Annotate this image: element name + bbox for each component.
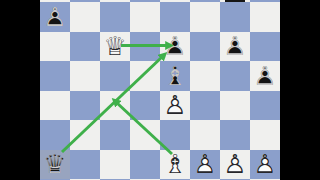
square-a4[interactable] [40,91,70,121]
square-f6[interactable] [190,32,220,62]
square-d1[interactable] [130,179,160,180]
piece-glyph-fill: ♝ [160,150,190,180]
square-f5[interactable] [190,61,220,91]
square-e7[interactable] [160,2,190,32]
square-g5[interactable] [220,61,250,91]
square-c4[interactable] [100,91,130,121]
square-h1[interactable] [250,179,280,180]
piece-glyph-fill: ♝ [160,61,190,91]
square-e6[interactable]: ♟♙ [160,32,190,62]
square-g1[interactable] [220,179,250,180]
square-g7[interactable] [220,2,250,32]
square-c3[interactable] [100,120,130,150]
piece-glyph-fill: ♟ [40,2,70,32]
square-e3[interactable] [160,120,190,150]
square-h2[interactable]: ♟♙ [250,150,280,180]
piece-glyph-outline: ♙ [160,91,190,121]
piece-glyph-fill: ♟ [250,150,280,180]
square-e2[interactable]: ♝♗ [160,150,190,180]
piece-glyph-fill: ♟ [250,61,280,91]
square-f3[interactable] [190,120,220,150]
chess-board: ♟♙♛♕♟♙♟♙♝♗♟♙♟♙♛♕♝♗♟♙♟♙♟♙ [40,0,280,180]
piece-glyph-outline: ♙ [220,150,250,180]
square-d2[interactable] [130,150,160,180]
square-h4[interactable] [250,91,280,121]
piece-glyph-fill: ♛ [40,150,70,180]
square-b6[interactable] [70,32,100,62]
square-a6[interactable] [40,32,70,62]
square-f7[interactable] [190,2,220,32]
piece-glyph-fill: ♟ [220,150,250,180]
square-h6[interactable] [250,32,280,62]
square-h3[interactable] [250,120,280,150]
square-d7[interactable] [130,2,160,32]
square-b5[interactable] [70,61,100,91]
square-d4[interactable] [130,91,160,121]
square-c1[interactable] [100,179,130,180]
square-e4[interactable]: ♟♙ [160,91,190,121]
piece-glyph-outline: ♙ [40,2,70,32]
square-d3[interactable] [130,120,160,150]
square-c2[interactable] [100,150,130,180]
square-a1[interactable] [40,179,70,180]
square-h5[interactable]: ♟♙ [250,61,280,91]
piece-glyph-outline: ♕ [40,150,70,180]
square-g6[interactable]: ♟♙ [220,32,250,62]
piece-glyph-outline: ♗ [160,150,190,180]
square-d5[interactable] [130,61,160,91]
square-e5[interactable]: ♝♗ [160,61,190,91]
square-e1[interactable] [160,179,190,180]
square-c7[interactable] [100,2,130,32]
letterbox-bar-left [0,0,40,180]
square-a5[interactable] [40,61,70,91]
square-f4[interactable] [190,91,220,121]
letterbox-bar-right [280,0,320,180]
square-a2[interactable]: ♛♕ [40,150,70,180]
piece-glyph-outline: ♙ [250,150,280,180]
piece-glyph-outline: ♗ [160,61,190,91]
piece-glyph-outline: ♕ [100,32,130,62]
square-g3[interactable] [220,120,250,150]
square-b2[interactable] [70,150,100,180]
piece-glyph-fill: ♛ [100,32,130,62]
square-b1[interactable] [70,179,100,180]
square-c6[interactable]: ♛♕ [100,32,130,62]
piece-glyph-outline: ♙ [190,150,220,180]
square-b4[interactable] [70,91,100,121]
square-f1[interactable] [190,179,220,180]
square-h7[interactable] [250,2,280,32]
square-b7[interactable] [70,2,100,32]
square-g4[interactable] [220,91,250,121]
square-g2[interactable]: ♟♙ [220,150,250,180]
square-a7[interactable]: ♟♙ [40,2,70,32]
piece-glyph-fill: ♟ [160,32,190,62]
piece-glyph-outline: ♙ [220,32,250,62]
piece-glyph-fill: ♟ [190,150,220,180]
video-frame: ♟♙♛♕♟♙♟♙♝♗♟♙♟♙♛♕♝♗♟♙♟♙♟♙ [0,0,320,180]
square-c5[interactable] [100,61,130,91]
square-f2[interactable]: ♟♙ [190,150,220,180]
square-b3[interactable] [70,120,100,150]
piece-glyph-outline: ♙ [250,61,280,91]
piece-glyph-fill: ♟ [220,32,250,62]
piece-glyph-outline: ♙ [160,32,190,62]
square-d6[interactable] [130,32,160,62]
square-a3[interactable] [40,120,70,150]
piece-glyph-fill: ♟ [160,91,190,121]
